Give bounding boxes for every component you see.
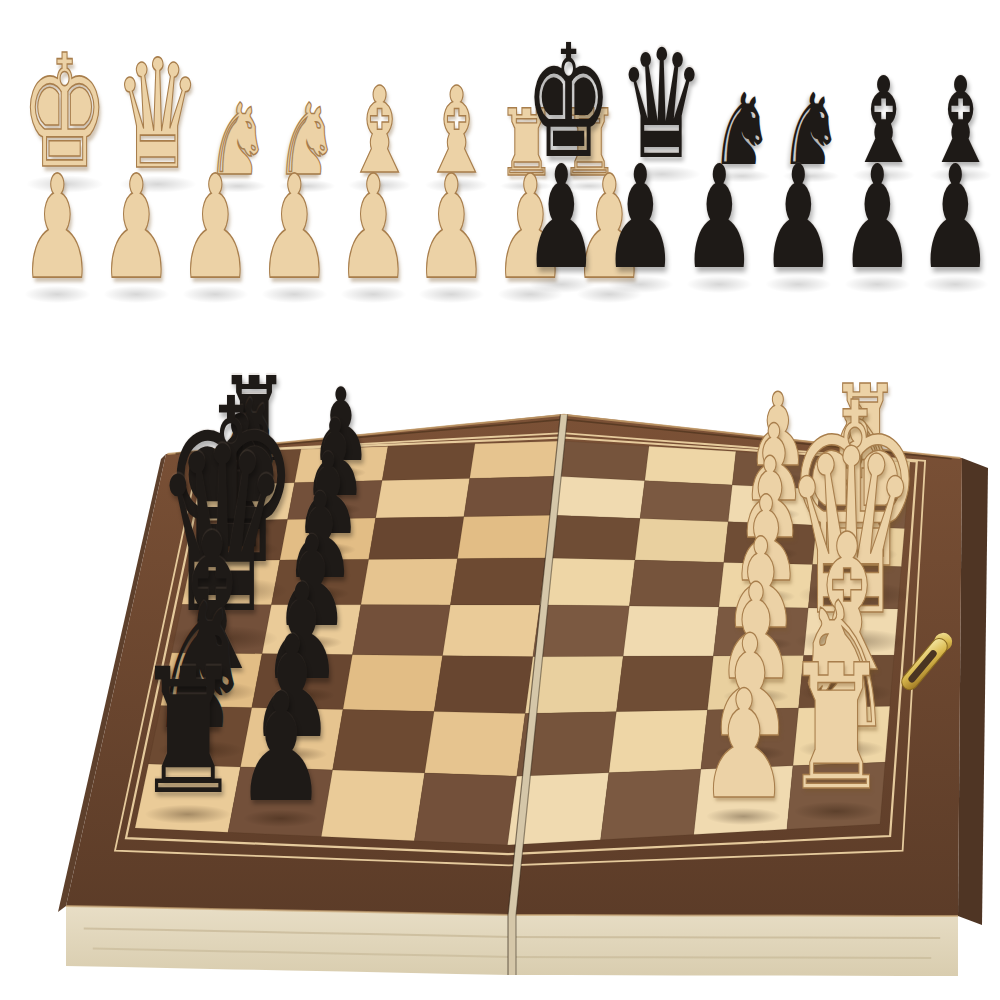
square-h5 (470, 441, 562, 479)
square-d5 (443, 605, 540, 657)
square-d1 (804, 608, 898, 656)
square-e5 (450, 558, 546, 605)
box-side-right (958, 458, 988, 925)
square-e2 (719, 562, 813, 608)
square-h6 (382, 444, 475, 481)
square-b5 (425, 712, 526, 777)
square-f3 (635, 519, 728, 563)
square-c6 (343, 655, 443, 712)
square-a6 (321, 770, 424, 841)
square-h8 (207, 449, 301, 485)
square-h4 (557, 441, 649, 481)
square-g3 (640, 481, 732, 522)
square-d6 (352, 605, 450, 656)
square-e7 (271, 559, 368, 604)
product-photo-scene: ♚♛♞♞♝♝♜♜ ♟♟♟♟♟♟♟♟ ♚♛♞♞♝♝♜♜ ♟♟♟♟♟♟♟♟ ♜♞♝♛… (0, 0, 1000, 1000)
square-b6 (333, 710, 435, 774)
square-f5 (458, 515, 553, 559)
square-b3 (609, 710, 708, 773)
square-a1 (787, 762, 885, 829)
square-b8 (149, 706, 252, 767)
square-c8 (161, 653, 262, 708)
square-g7 (288, 481, 383, 520)
square-h2 (732, 452, 823, 490)
square-f6 (369, 517, 464, 560)
square-d8 (172, 605, 272, 654)
square-a8 (135, 764, 241, 832)
square-c7 (252, 654, 353, 710)
square-a3 (601, 769, 701, 840)
square-h7 (295, 447, 388, 483)
square-e4 (540, 558, 635, 606)
square-h1 (820, 457, 910, 494)
chess-board: ♜♞♝♛♚♝♞♜♟♟♟♟♟♟♟♟♟♟♟♟♟♟♟♟♜♞♝♛♚♝♞♜ (0, 0, 1000, 1000)
square-c5 (434, 656, 533, 714)
square-a7 (228, 767, 333, 837)
square-g2 (728, 485, 820, 525)
square-a5 (414, 773, 516, 845)
square-g4 (552, 476, 645, 518)
square-g1 (816, 489, 907, 528)
square-b7 (241, 708, 344, 770)
square-g5 (464, 476, 557, 516)
board-surface (0, 0, 1000, 1000)
square-e8 (182, 560, 280, 605)
square-d3 (623, 606, 719, 656)
square-f2 (724, 522, 817, 565)
square-h3 (645, 446, 736, 485)
square-c2 (708, 656, 804, 710)
square-e3 (629, 560, 723, 607)
square-f7 (280, 518, 376, 560)
square-f1 (813, 525, 905, 567)
square-a2 (694, 766, 793, 835)
square-b2 (701, 708, 799, 769)
square-d7 (262, 605, 361, 655)
square-g8 (200, 483, 295, 521)
square-e1 (808, 565, 901, 609)
square-c1 (799, 655, 894, 708)
square-g6 (376, 479, 470, 519)
square-f4 (546, 515, 640, 560)
square-f8 (191, 520, 288, 561)
square-e6 (361, 559, 458, 605)
square-b1 (793, 706, 890, 766)
square-c3 (616, 656, 713, 712)
square-d2 (713, 607, 808, 656)
